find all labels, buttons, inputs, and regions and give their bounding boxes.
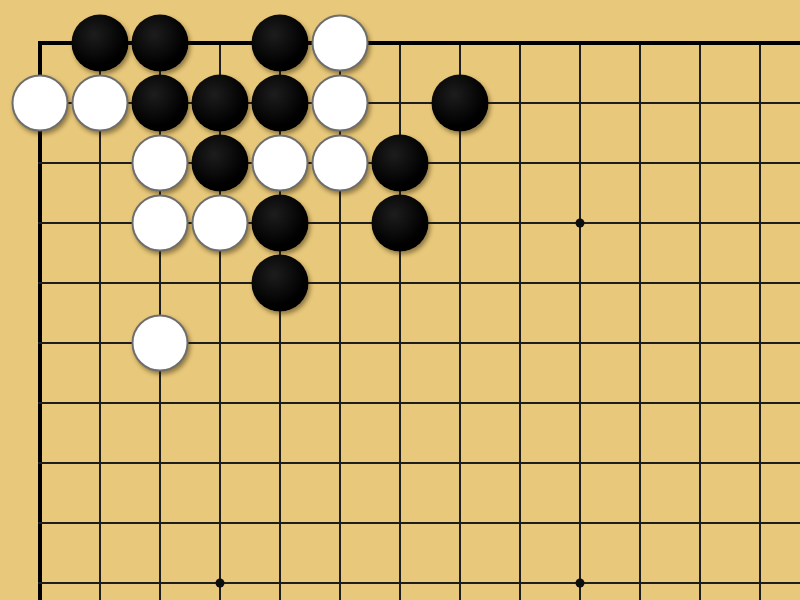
black-stone <box>252 255 309 312</box>
star-point <box>576 219 585 228</box>
white-stone <box>72 75 129 132</box>
white-stone <box>312 15 369 72</box>
black-stone <box>372 135 429 192</box>
black-stone <box>372 195 429 252</box>
black-stone <box>132 15 189 72</box>
grid-line-horizontal <box>38 582 800 584</box>
grid-line-vertical <box>579 41 581 600</box>
white-stone <box>12 75 69 132</box>
black-stone <box>252 15 309 72</box>
grid-line-horizontal <box>38 282 800 284</box>
white-stone <box>312 135 369 192</box>
black-stone <box>192 75 249 132</box>
black-stone <box>252 75 309 132</box>
go-board[interactable] <box>0 0 800 600</box>
black-stone <box>72 15 129 72</box>
white-stone <box>192 195 249 252</box>
grid-line-vertical <box>759 41 761 600</box>
star-point <box>576 579 585 588</box>
grid-line-horizontal <box>38 402 800 404</box>
black-stone <box>432 75 489 132</box>
black-stone <box>132 75 189 132</box>
white-stone <box>132 195 189 252</box>
star-point <box>216 579 225 588</box>
black-stone <box>192 135 249 192</box>
black-stone <box>252 195 309 252</box>
white-stone <box>312 75 369 132</box>
white-stone <box>132 315 189 372</box>
grid-line-vertical <box>639 41 641 600</box>
grid-line-horizontal <box>38 462 800 464</box>
white-stone <box>132 135 189 192</box>
grid-line-horizontal <box>38 522 800 524</box>
white-stone <box>252 135 309 192</box>
grid-line-vertical <box>699 41 701 600</box>
grid-line-vertical <box>519 41 521 600</box>
grid-line-vertical <box>399 41 401 600</box>
